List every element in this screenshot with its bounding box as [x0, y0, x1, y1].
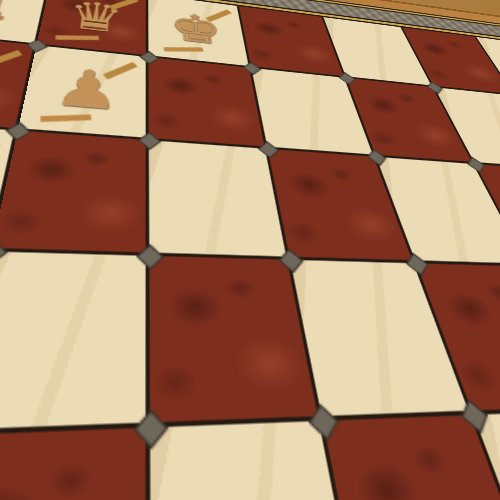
square-f3[interactable] — [0, 131, 146, 253]
square-f4[interactable] — [0, 251, 146, 429]
chess-board: ♜♛♚♟♟♞♟♟♟♟♟♟♞♝♟♜ ΩIABA ❧❧❦☙❦ — [0, 0, 500, 500]
pawn-icon: ♟ — [0, 49, 4, 108]
queen-icon: ♛ — [64, 0, 125, 40]
square-e4[interactable] — [149, 256, 317, 423]
playing-field[interactable]: ♜♛♚♟♟♞♟♟♟♟♟♟♞♝♟♜ — [0, 0, 500, 500]
square-e2[interactable] — [148, 57, 264, 146]
board-scene: ♜♛♚♟♟♞♟♟♟♟♟♟♞♝♟♜ ΩIABA ❧❧❦☙❦ — [0, 0, 500, 36]
king-icon: ♚ — [169, 7, 226, 51]
square-f2[interactable]: ♟ — [18, 45, 146, 137]
square-e1[interactable]: ♚ — [148, 0, 248, 66]
rook-icon: ♜ — [0, 0, 23, 28]
board-photo: ♜♛♚♟♟♞♟♟♟♟♟♟♞♝♟♜ ΩIABA ❧❧❦☙❦ — [0, 0, 500, 500]
white-king[interactable]: ♚ — [148, 0, 248, 66]
square-e3[interactable] — [149, 140, 286, 256]
square-d5[interactable] — [323, 415, 500, 500]
pawn-icon: ♟ — [50, 61, 122, 118]
ornate-border-band: ♜♛♚♟♟♞♟♟♟♟♟♟♞♝♟♜ ΩIABA — [0, 0, 500, 500]
white-pawn[interactable]: ♟ — [18, 45, 146, 137]
